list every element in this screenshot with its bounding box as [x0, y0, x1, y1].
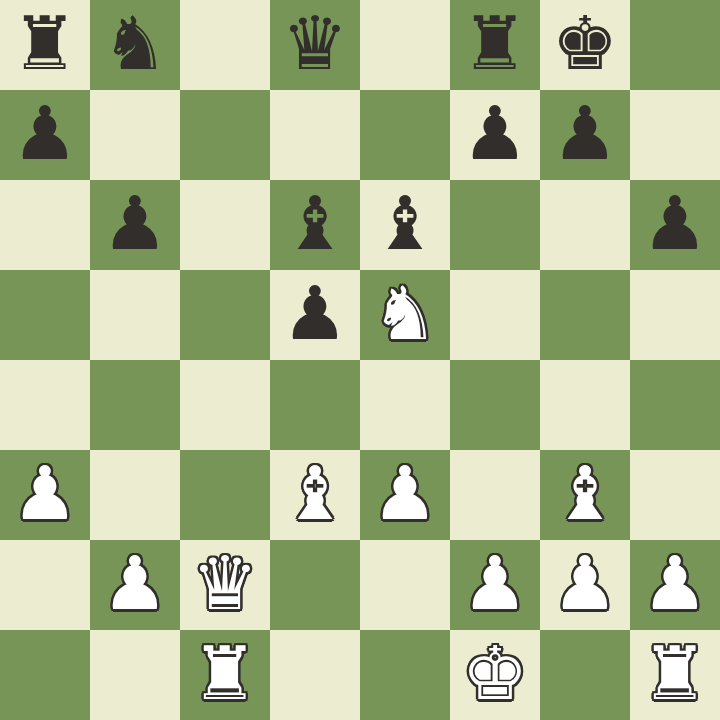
black-rook-piece[interactable]: ♜ — [12, 0, 78, 88]
square-g4[interactable] — [540, 360, 630, 450]
square-e4[interactable] — [360, 360, 450, 450]
white-pawn-piece[interactable]: ♟ — [102, 540, 168, 628]
white-bishop-piece[interactable]: ♝ — [282, 450, 348, 538]
square-a2[interactable] — [0, 540, 90, 630]
square-d2[interactable] — [270, 540, 360, 630]
square-h6[interactable]: ♟ — [630, 180, 720, 270]
square-c3[interactable] — [180, 450, 270, 540]
white-pawn-piece[interactable]: ♟ — [462, 540, 528, 628]
square-d8[interactable]: ♛ — [270, 0, 360, 90]
square-c6[interactable] — [180, 180, 270, 270]
white-rook-piece[interactable]: ♜ — [192, 630, 258, 718]
square-e7[interactable] — [360, 90, 450, 180]
square-h3[interactable] — [630, 450, 720, 540]
square-c5[interactable] — [180, 270, 270, 360]
white-pawn-piece[interactable]: ♟ — [642, 540, 708, 628]
black-pawn-piece[interactable]: ♟ — [282, 270, 348, 358]
square-g8[interactable]: ♚ — [540, 0, 630, 90]
square-h1[interactable]: ♜ — [630, 630, 720, 720]
square-f8[interactable]: ♜ — [450, 0, 540, 90]
square-g5[interactable] — [540, 270, 630, 360]
square-g3[interactable]: ♝ — [540, 450, 630, 540]
square-h7[interactable] — [630, 90, 720, 180]
white-pawn-piece[interactable]: ♟ — [372, 450, 438, 538]
square-g2[interactable]: ♟ — [540, 540, 630, 630]
black-pawn-piece[interactable]: ♟ — [642, 180, 708, 268]
black-queen-piece[interactable]: ♛ — [282, 0, 348, 88]
chess-board: ♜♞♛♜♚♟♟♟♟♝♝♟♟♞♟♝♟♝♟♛♟♟♟♜♚♜ — [0, 0, 720, 720]
black-bishop-piece[interactable]: ♝ — [282, 180, 348, 268]
square-a5[interactable] — [0, 270, 90, 360]
black-pawn-piece[interactable]: ♟ — [102, 180, 168, 268]
square-h8[interactable] — [630, 0, 720, 90]
square-c8[interactable] — [180, 0, 270, 90]
square-d1[interactable] — [270, 630, 360, 720]
square-h5[interactable] — [630, 270, 720, 360]
square-f1[interactable]: ♚ — [450, 630, 540, 720]
square-e3[interactable]: ♟ — [360, 450, 450, 540]
square-f5[interactable] — [450, 270, 540, 360]
square-a4[interactable] — [0, 360, 90, 450]
square-h2[interactable]: ♟ — [630, 540, 720, 630]
white-pawn-piece[interactable]: ♟ — [12, 450, 78, 538]
square-g1[interactable] — [540, 630, 630, 720]
square-e2[interactable] — [360, 540, 450, 630]
black-pawn-piece[interactable]: ♟ — [552, 90, 618, 178]
square-f7[interactable]: ♟ — [450, 90, 540, 180]
square-f4[interactable] — [450, 360, 540, 450]
square-b3[interactable] — [90, 450, 180, 540]
square-e8[interactable] — [360, 0, 450, 90]
square-e6[interactable]: ♝ — [360, 180, 450, 270]
square-a1[interactable] — [0, 630, 90, 720]
white-rook-piece[interactable]: ♜ — [642, 630, 708, 718]
square-c4[interactable] — [180, 360, 270, 450]
black-king-piece[interactable]: ♚ — [552, 0, 618, 88]
black-knight-piece[interactable]: ♞ — [102, 0, 168, 88]
square-g7[interactable]: ♟ — [540, 90, 630, 180]
square-b7[interactable] — [90, 90, 180, 180]
square-c7[interactable] — [180, 90, 270, 180]
square-f2[interactable]: ♟ — [450, 540, 540, 630]
white-pawn-piece[interactable]: ♟ — [552, 540, 618, 628]
square-f6[interactable] — [450, 180, 540, 270]
square-a3[interactable]: ♟ — [0, 450, 90, 540]
black-bishop-piece[interactable]: ♝ — [372, 180, 438, 268]
black-pawn-piece[interactable]: ♟ — [12, 90, 78, 178]
square-h4[interactable] — [630, 360, 720, 450]
square-e1[interactable] — [360, 630, 450, 720]
square-g6[interactable] — [540, 180, 630, 270]
square-b4[interactable] — [90, 360, 180, 450]
square-c2[interactable]: ♛ — [180, 540, 270, 630]
square-b1[interactable] — [90, 630, 180, 720]
square-b6[interactable]: ♟ — [90, 180, 180, 270]
black-rook-piece[interactable]: ♜ — [462, 0, 528, 88]
square-b5[interactable] — [90, 270, 180, 360]
white-queen-piece[interactable]: ♛ — [192, 540, 258, 628]
square-b8[interactable]: ♞ — [90, 0, 180, 90]
black-pawn-piece[interactable]: ♟ — [462, 90, 528, 178]
white-king-piece[interactable]: ♚ — [462, 630, 528, 718]
square-a8[interactable]: ♜ — [0, 0, 90, 90]
square-d7[interactable] — [270, 90, 360, 180]
white-knight-piece[interactable]: ♞ — [372, 270, 438, 358]
white-bishop-piece[interactable]: ♝ — [552, 450, 618, 538]
square-b2[interactable]: ♟ — [90, 540, 180, 630]
square-e5[interactable]: ♞ — [360, 270, 450, 360]
square-d5[interactable]: ♟ — [270, 270, 360, 360]
square-a6[interactable] — [0, 180, 90, 270]
square-a7[interactable]: ♟ — [0, 90, 90, 180]
square-c1[interactable]: ♜ — [180, 630, 270, 720]
square-f3[interactable] — [450, 450, 540, 540]
square-d6[interactable]: ♝ — [270, 180, 360, 270]
square-d3[interactable]: ♝ — [270, 450, 360, 540]
square-d4[interactable] — [270, 360, 360, 450]
